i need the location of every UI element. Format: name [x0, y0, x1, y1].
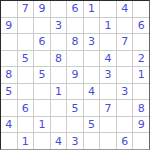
- cell-r2c6[interactable]: [84, 18, 100, 34]
- cell-r6c2[interactable]: [18, 84, 34, 100]
- cell-r4c8[interactable]: [117, 51, 133, 67]
- cell-r2c2[interactable]: [18, 18, 34, 34]
- cell-r3c4[interactable]: [51, 34, 67, 50]
- cell-r4c4[interactable]: 8: [51, 51, 67, 67]
- cell-r2c9[interactable]: 6: [133, 18, 149, 34]
- cell-r9c9[interactable]: [133, 133, 149, 149]
- cell-r6c5[interactable]: [67, 84, 83, 100]
- cell-r7c5[interactable]: 5: [67, 100, 83, 116]
- cell-r5c8[interactable]: [117, 67, 133, 83]
- cell-r3c9[interactable]: [133, 34, 149, 50]
- cell-r9c3[interactable]: [34, 133, 50, 149]
- cell-r9c7[interactable]: [100, 133, 116, 149]
- cell-r5c5[interactable]: 9: [67, 67, 83, 83]
- cell-r3c3[interactable]: 6: [34, 34, 50, 50]
- cell-r5c9[interactable]: 1: [133, 67, 149, 83]
- cell-r1c2[interactable]: 7: [18, 1, 34, 17]
- cell-r4c7[interactable]: 4: [100, 51, 116, 67]
- cell-r9c6[interactable]: [84, 133, 100, 149]
- cell-r8c5[interactable]: [67, 117, 83, 133]
- cell-r1c8[interactable]: 4: [117, 1, 133, 17]
- cell-r5c6[interactable]: [84, 67, 100, 83]
- cell-r3c1[interactable]: [1, 34, 17, 50]
- cell-r5c1[interactable]: 8: [1, 67, 17, 83]
- cell-r7c1[interactable]: [1, 100, 17, 116]
- cell-r3c8[interactable]: 7: [117, 34, 133, 50]
- cell-r3c7[interactable]: [100, 34, 116, 50]
- cell-r2c7[interactable]: 1: [100, 18, 116, 34]
- cell-r9c2[interactable]: 1: [18, 133, 34, 149]
- cell-r1c4[interactable]: [51, 1, 67, 17]
- cell-r1c1[interactable]: [1, 1, 17, 17]
- cell-r8c9[interactable]: 9: [133, 117, 149, 133]
- cell-r4c6[interactable]: [84, 51, 100, 67]
- cell-r1c7[interactable]: [100, 1, 116, 17]
- cell-r6c3[interactable]: [34, 84, 50, 100]
- cell-r9c1[interactable]: [1, 133, 17, 149]
- cell-r8c2[interactable]: [18, 117, 34, 133]
- cell-r2c8[interactable]: [117, 18, 133, 34]
- cell-r6c6[interactable]: 4: [84, 84, 100, 100]
- cell-r1c3[interactable]: 9: [34, 1, 50, 17]
- cell-r7c7[interactable]: 7: [100, 100, 116, 116]
- cell-r8c4[interactable]: [51, 117, 67, 133]
- cell-r7c9[interactable]: 8: [133, 100, 149, 116]
- cell-r8c8[interactable]: [117, 117, 133, 133]
- cell-r7c4[interactable]: [51, 100, 67, 116]
- cell-r6c7[interactable]: [100, 84, 116, 100]
- cell-r5c4[interactable]: [51, 67, 67, 83]
- cell-r2c5[interactable]: [67, 18, 83, 34]
- cell-r1c9[interactable]: [133, 1, 149, 17]
- cell-r3c6[interactable]: 3: [84, 34, 100, 50]
- cell-r6c4[interactable]: 1: [51, 84, 67, 100]
- cell-r4c5[interactable]: [67, 51, 83, 67]
- sudoku-board: 79614931668375842859315143657841591436: [0, 0, 150, 150]
- cell-r8c7[interactable]: [100, 117, 116, 133]
- cell-r2c3[interactable]: [34, 18, 50, 34]
- cell-r5c2[interactable]: [18, 67, 34, 83]
- cell-r4c3[interactable]: [34, 51, 50, 67]
- cell-r1c6[interactable]: 1: [84, 1, 100, 17]
- cell-r2c4[interactable]: 3: [51, 18, 67, 34]
- cell-r5c3[interactable]: 5: [34, 67, 50, 83]
- cell-r4c9[interactable]: 2: [133, 51, 149, 67]
- cell-r7c3[interactable]: [34, 100, 50, 116]
- cell-r1c5[interactable]: 6: [67, 1, 83, 17]
- cell-r9c8[interactable]: 6: [117, 133, 133, 149]
- cell-r5c7[interactable]: 3: [100, 67, 116, 83]
- cell-r7c2[interactable]: 6: [18, 100, 34, 116]
- cell-r9c5[interactable]: 3: [67, 133, 83, 149]
- cell-r6c8[interactable]: 3: [117, 84, 133, 100]
- cell-r7c6[interactable]: [84, 100, 100, 116]
- cell-r3c5[interactable]: 8: [67, 34, 83, 50]
- cell-r4c2[interactable]: 5: [18, 51, 34, 67]
- cell-r8c1[interactable]: 4: [1, 117, 17, 133]
- cell-r8c3[interactable]: 1: [34, 117, 50, 133]
- cell-r8c6[interactable]: 5: [84, 117, 100, 133]
- cell-r7c8[interactable]: [117, 100, 133, 116]
- cell-r6c1[interactable]: 5: [1, 84, 17, 100]
- cell-r2c1[interactable]: 9: [1, 18, 17, 34]
- cell-r4c1[interactable]: [1, 51, 17, 67]
- cell-r6c9[interactable]: [133, 84, 149, 100]
- cell-r3c2[interactable]: [18, 34, 34, 50]
- cell-r9c4[interactable]: 4: [51, 133, 67, 149]
